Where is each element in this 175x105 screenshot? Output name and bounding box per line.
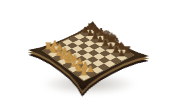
board-grid: ♜♞♝♛♚♝♞♜♟♟♟♟♟♟♟♟♟♟♟♟♟♟♟♟♜♞♝♛♚♝♞♜ — [43, 29, 133, 81]
chess-set-product-photo[interactable]: ♜♞♝♛♚♝♞♜♟♟♟♟♟♟♟♟♟♟♟♟♟♟♟♟♜♞♝♛♚♝♞♜ — [0, 0, 175, 105]
scene: ♜♞♝♛♚♝♞♜♟♟♟♟♟♟♟♟♟♟♟♟♟♟♟♟♜♞♝♛♚♝♞♜ — [0, 0, 175, 105]
chess-board: ♜♞♝♛♚♝♞♜♟♟♟♟♟♟♟♟♟♟♟♟♟♟♟♟♜♞♝♛♚♝♞♜ — [28, 21, 149, 91]
